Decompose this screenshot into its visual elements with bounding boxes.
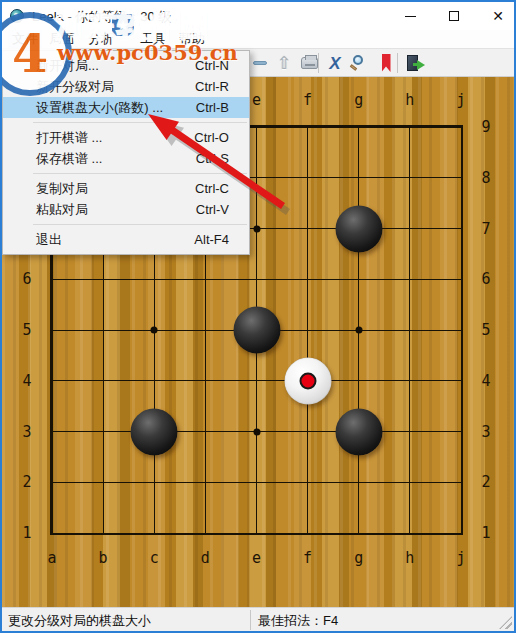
maximize-button[interactable] <box>444 6 464 26</box>
menu-item-6[interactable]: 保存棋谱 ...Ctrl-S <box>3 148 249 169</box>
star-point <box>253 225 260 232</box>
coordinate-label-left: 6 <box>22 270 31 288</box>
coordinate-label-right: 7 <box>481 220 490 238</box>
coordinate-label-bottom: c <box>150 549 159 567</box>
toolbar-cut-button[interactable]: X <box>324 49 346 77</box>
menu-item-9[interactable]: 粘贴对局Ctrl-V <box>3 199 249 220</box>
toolbar-separator <box>318 53 319 73</box>
black-stone-g3 <box>335 408 382 455</box>
coordinate-label-bottom: f <box>303 549 312 567</box>
coordinate-label-right: 9 <box>481 118 490 136</box>
menu-item-shortcut: Ctrl-B <box>196 97 229 118</box>
toolbar-dash-button[interactable] <box>249 49 271 77</box>
coordinate-label-bottom: e <box>252 549 261 567</box>
star-point <box>355 327 362 334</box>
menu-item-label: 退出 <box>36 232 62 247</box>
toolbar-separator <box>397 53 398 73</box>
status-divider <box>250 610 251 630</box>
coordinate-label-right: 4 <box>481 372 490 390</box>
coordinate-label-top: h <box>405 91 414 109</box>
black-stone-g7 <box>335 205 382 252</box>
coordinate-label-bottom: d <box>201 549 210 567</box>
toolbar-folder-up-button[interactable]: ⇧ <box>273 49 295 77</box>
coordinate-label-top: g <box>354 91 363 109</box>
status-message: 更改分级对局的棋盘大小 <box>8 612 151 630</box>
coordinate-label-left: 4 <box>22 372 31 390</box>
status-bar: 更改分级对局的棋盘大小 最佳招法：F4 <box>2 607 514 631</box>
menu-item-label: 设置棋盘大小(路数) ... <box>36 100 163 115</box>
star-point <box>151 327 158 334</box>
dash-icon <box>253 61 267 65</box>
coordinate-label-left: 1 <box>22 524 31 542</box>
black-stone-e5 <box>233 307 280 354</box>
menu-item-label: 粘贴对局 <box>36 202 88 217</box>
menu-item-shortcut: Ctrl-V <box>196 199 229 220</box>
menu-item-shortcut: Alt-F4 <box>194 229 229 250</box>
menubar-item-2[interactable]: 局面 <box>45 30 79 48</box>
coordinate-label-bottom: h <box>405 549 414 567</box>
minimize-icon <box>405 16 416 17</box>
menu-item-2[interactable]: 新开分级对局Ctrl-R <box>3 76 249 97</box>
toolbar-zoom-button[interactable] <box>348 49 370 77</box>
menu-item-label: 新开分级对局 <box>36 79 114 94</box>
menu-item-1[interactable]: 新开对局...Ctrl-N <box>3 55 249 76</box>
bookmark-icon <box>382 54 391 72</box>
coordinate-label-right: 6 <box>481 270 490 288</box>
close-button[interactable]: ✕ <box>488 6 508 26</box>
menu-item-shortcut: Ctrl-S <box>196 148 229 169</box>
folder-up-icon: ⇧ <box>277 53 291 74</box>
coordinate-label-bottom: a <box>47 549 56 567</box>
coordinate-label-top: f <box>303 91 312 109</box>
cut-icon: X <box>329 55 340 72</box>
menu-item-8[interactable]: 复制对局Ctrl-C <box>3 178 249 199</box>
resize-grip[interactable] <box>499 616 512 629</box>
menu-item-5[interactable]: 打开棋谱 ...Ctrl-O <box>3 127 249 148</box>
menu-separator <box>33 173 247 174</box>
last-move-marker <box>299 372 316 389</box>
menu-item-label: 打开棋谱 ... <box>36 130 102 145</box>
menu-item-11[interactable]: 退出Alt-F4 <box>3 229 249 250</box>
coordinate-label-bottom: b <box>99 549 108 567</box>
menu-item-label: 复制对局 <box>36 181 88 196</box>
coordinate-label-bottom: g <box>354 549 363 567</box>
toolbar-exit-button[interactable] <box>403 49 427 77</box>
magnifier-icon <box>350 54 368 72</box>
coordinate-label-top: e <box>252 91 261 109</box>
coordinate-label-left: 2 <box>22 473 31 491</box>
coordinate-label-left: 5 <box>22 321 31 339</box>
maximize-icon <box>449 11 459 21</box>
app-icon <box>10 9 24 23</box>
best-move-status: 最佳招法：F4 <box>258 612 338 630</box>
toolbar-print-button[interactable] <box>298 49 320 77</box>
coordinate-label-right: 2 <box>481 473 490 491</box>
leela-window: Leela - 你的等级：30 级 ✕ 文件局面分析工具帮助 ⇧ X aabbc… <box>0 0 516 633</box>
minimize-button[interactable] <box>400 6 420 26</box>
menu-item-shortcut: Ctrl-C <box>195 178 229 199</box>
menu-item-shortcut: Ctrl-N <box>195 55 229 76</box>
menubar-item-3[interactable]: 分析 <box>84 30 118 48</box>
coordinate-label-left: 3 <box>22 423 31 441</box>
title-bar: Leela - 你的等级：30 级 ✕ <box>2 2 514 30</box>
printer-icon <box>301 57 318 69</box>
black-stone-c3 <box>131 408 178 455</box>
star-point <box>253 428 260 435</box>
toolbar-bookmark-button[interactable] <box>375 49 397 77</box>
menu-separator <box>33 224 247 225</box>
coordinate-label-top: j <box>456 91 465 109</box>
menu-separator <box>33 122 247 123</box>
menubar-item-5[interactable]: 帮助 <box>175 30 209 48</box>
menu-item-shortcut: Ctrl-O <box>194 127 229 148</box>
menu-item-shortcut: Ctrl-R <box>195 76 229 97</box>
close-icon: ✕ <box>492 9 504 23</box>
coordinate-label-bottom: j <box>456 549 465 567</box>
coordinate-label-right: 1 <box>481 524 490 542</box>
coordinate-label-right: 3 <box>481 423 490 441</box>
menu-bar: 文件局面分析工具帮助 <box>2 30 514 48</box>
window-title: Leela - 你的等级：30 级 <box>32 8 171 26</box>
coordinate-label-right: 5 <box>481 321 490 339</box>
menu-item-label: 保存棋谱 ... <box>36 151 102 166</box>
file-menu-dropdown: 新开对局...Ctrl-N新开分级对局Ctrl-R设置棋盘大小(路数) ...C… <box>2 50 250 255</box>
coordinate-label-right: 8 <box>481 169 490 187</box>
menu-item-3[interactable]: 设置棋盘大小(路数) ...Ctrl-B <box>3 97 249 118</box>
menu-item-label: 新开对局... <box>36 58 99 73</box>
menubar-item-4[interactable]: 工具 <box>136 30 170 48</box>
exit-door-icon <box>406 55 424 72</box>
menubar-item-1[interactable]: 文件 <box>8 30 42 48</box>
